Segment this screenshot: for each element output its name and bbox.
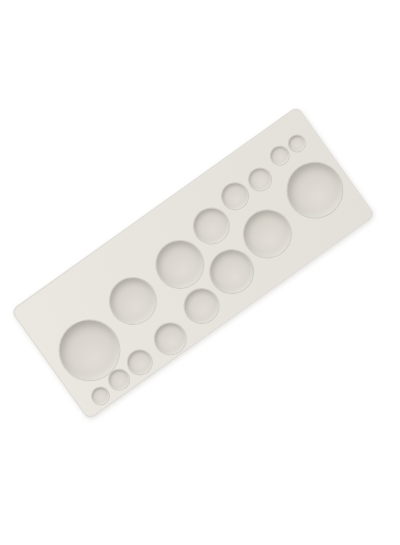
mold-cavity-upper-6 [244,164,275,195]
mold-cavity-upper-8 [285,132,307,154]
mold-cavity-lower-5 [178,282,225,329]
mold-cavity-lower-8 [276,152,353,229]
mold-cavity-upper-4 [186,201,235,250]
silicone-mold [11,106,375,419]
mold-cavity-lower-1 [88,384,112,408]
mold-cavity-upper-7 [267,143,292,168]
photo-canvas [0,0,400,545]
mold-cavity-upper-2 [101,269,165,333]
mold-cavity-upper-5 [216,178,252,214]
mold-cavity-lower-3 [123,346,156,379]
mold-cavity-lower-4 [148,317,191,360]
